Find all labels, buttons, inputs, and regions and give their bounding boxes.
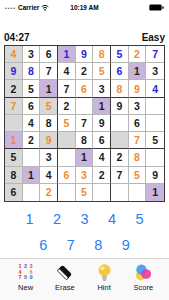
cell-r3c6[interactable]: 3 xyxy=(93,80,111,97)
numpad-7[interactable]: 7 xyxy=(57,233,85,259)
numpad-5[interactable]: 5 xyxy=(126,207,154,233)
cell-r6c8[interactable]: 7 xyxy=(129,132,147,149)
cell-r4c1[interactable]: 7 xyxy=(5,98,23,115)
cell-r2c4[interactable]: 4 xyxy=(58,63,76,80)
eraser-icon xyxy=(55,263,74,282)
numpad-9[interactable]: 9 xyxy=(112,233,140,259)
cell-r2c1[interactable]: 9 xyxy=(5,63,23,80)
cell-r7c8[interactable]: 8 xyxy=(129,149,147,166)
cell-r5c7[interactable] xyxy=(111,115,129,132)
cell-r5c6[interactable]: 9 xyxy=(93,115,111,132)
hint-button[interactable]: Hint xyxy=(87,262,121,292)
cell-r7c2[interactable] xyxy=(23,149,41,166)
cell-r2c5[interactable]: 2 xyxy=(76,63,94,80)
new-button[interactable]: 12346789 New xyxy=(9,262,43,292)
cell-r7c5[interactable]: 1 xyxy=(76,149,94,166)
cell-r7c3[interactable]: 3 xyxy=(40,149,58,166)
cell-r6c5[interactable]: 8 xyxy=(76,132,94,149)
cell-r2c8[interactable]: 1 xyxy=(129,63,147,80)
cell-r4c9[interactable] xyxy=(146,98,164,115)
numpad-row-2: 6789 xyxy=(0,233,169,259)
cell-r8c7[interactable]: 7 xyxy=(111,167,129,184)
bottom-toolbar: 12346789 New Erase Hint xyxy=(0,258,169,300)
timer-label: 04:27 xyxy=(4,32,30,43)
cell-r3c2[interactable]: 5 xyxy=(23,80,41,97)
cell-r2c2[interactable]: 8 xyxy=(23,63,41,80)
cell-r9c3[interactable]: 2 xyxy=(40,184,58,201)
new-icon-digit: 9 xyxy=(28,275,34,281)
cell-r9c4[interactable] xyxy=(58,184,76,201)
new-button-label: New xyxy=(18,283,33,292)
cell-r5c8[interactable]: 6 xyxy=(129,115,147,132)
cell-r8c2[interactable]: 1 xyxy=(23,167,41,184)
cell-r5c4[interactable]: 5 xyxy=(58,115,76,132)
cell-r7c7[interactable]: 2 xyxy=(111,149,129,166)
cell-r5c3[interactable]: 8 xyxy=(40,115,58,132)
erase-button[interactable]: Erase xyxy=(48,262,82,292)
cell-r5c5[interactable]: 7 xyxy=(76,115,94,132)
cell-r3c5[interactable]: 6 xyxy=(76,80,94,97)
cell-r4c2[interactable]: 6 xyxy=(23,98,41,115)
numpad-6[interactable]: 6 xyxy=(30,233,58,259)
cell-r9c5[interactable]: 5 xyxy=(76,184,94,201)
cell-r4c3[interactable]: 5 xyxy=(40,98,58,115)
cell-r2c7[interactable]: 6 xyxy=(111,63,129,80)
cell-r6c1[interactable]: 1 xyxy=(5,132,23,149)
erase-button-label: Erase xyxy=(55,283,75,292)
cell-r6c4[interactable] xyxy=(58,132,76,149)
cell-r5c1[interactable] xyxy=(5,115,23,132)
cell-r2c6[interactable]: 5 xyxy=(93,63,111,80)
status-bar: •••• Carrier 10:19 AM xyxy=(0,0,169,14)
cell-r1c2[interactable]: 3 xyxy=(23,46,41,63)
cell-r7c6[interactable]: 4 xyxy=(93,149,111,166)
lightbulb-icon xyxy=(96,263,113,282)
cell-r5c2[interactable]: 4 xyxy=(23,115,41,132)
cell-r7c1[interactable]: 5 xyxy=(5,149,23,166)
cell-r1c6[interactable]: 8 xyxy=(93,46,111,63)
cell-r4c6[interactable]: 1 xyxy=(93,98,111,115)
hint-button-label: Hint xyxy=(97,283,110,292)
cell-r4c8[interactable]: 3 xyxy=(129,98,147,115)
numpad-3[interactable]: 3 xyxy=(71,207,99,233)
cell-r9c1[interactable]: 6 xyxy=(5,184,23,201)
cell-r4c4[interactable]: 2 xyxy=(58,98,76,115)
cell-r8c5[interactable]: 3 xyxy=(76,167,94,184)
cell-r6c9[interactable]: 5 xyxy=(146,132,164,149)
cell-r9c8[interactable] xyxy=(129,184,147,201)
cell-r1c7[interactable]: 5 xyxy=(111,46,129,63)
cell-r1c9[interactable]: 7 xyxy=(146,46,164,63)
numpad-4[interactable]: 4 xyxy=(98,207,126,233)
cell-r1c8[interactable]: 2 xyxy=(129,46,147,63)
cell-r2c9[interactable]: 3 xyxy=(146,63,164,80)
cell-r3c4[interactable]: 7 xyxy=(58,80,76,97)
cell-r1c5[interactable]: 9 xyxy=(76,46,94,63)
cell-r8c1[interactable]: 8 xyxy=(5,167,23,184)
number-pad: 12345 6789 xyxy=(0,207,169,258)
new-game-minigrid-icon: 12346789 xyxy=(17,264,34,281)
cell-r8c8[interactable]: 5 xyxy=(129,167,147,184)
score-button-label: Score xyxy=(134,283,154,292)
numpad-1[interactable]: 1 xyxy=(16,207,44,233)
numpad-8[interactable]: 8 xyxy=(85,233,113,259)
cell-r3c8[interactable]: 9 xyxy=(129,80,147,97)
difficulty-label: Easy xyxy=(142,32,165,43)
cell-r9c7[interactable] xyxy=(111,184,129,201)
cell-r9c6[interactable] xyxy=(93,184,111,201)
battery-icon xyxy=(149,4,164,11)
cell-r3c9[interactable]: 4 xyxy=(146,80,164,97)
cell-r6c2[interactable]: 2 xyxy=(23,132,41,149)
numpad-row-1: 12345 xyxy=(0,207,169,233)
cell-r3c1[interactable]: 2 xyxy=(5,80,23,97)
cell-r8c9[interactable]: 9 xyxy=(146,167,164,184)
cell-r6c6[interactable]: 6 xyxy=(93,132,111,149)
cell-r2c3[interactable]: 7 xyxy=(40,63,58,80)
cell-r1c4[interactable]: 1 xyxy=(58,46,76,63)
cell-r9c2[interactable] xyxy=(23,184,41,201)
numpad-2[interactable]: 2 xyxy=(43,207,71,233)
cell-r6c7[interactable] xyxy=(111,132,129,149)
score-button[interactable]: Score xyxy=(126,262,160,292)
cell-r3c3[interactable]: 1 xyxy=(40,80,58,97)
cell-r7c9[interactable] xyxy=(146,149,164,166)
cell-r1c1[interactable]: 4 xyxy=(5,46,23,63)
cell-r9c9[interactable]: 1 xyxy=(146,184,164,201)
game-header: 04:27 Easy xyxy=(0,30,169,43)
cell-r4c5[interactable] xyxy=(76,98,94,115)
cell-r6c3[interactable]: 9 xyxy=(40,132,58,149)
game-center-bubbles-icon xyxy=(133,263,153,282)
cell-r7c4[interactable] xyxy=(58,149,76,166)
cell-r1c3[interactable]: 6 xyxy=(40,46,58,63)
cell-r4c7[interactable]: 9 xyxy=(111,98,129,115)
sudoku-board: 4361985279874256132517638947652193485796… xyxy=(4,45,165,202)
clock-label: 10:19 AM xyxy=(0,4,169,11)
cell-r3c7[interactable]: 8 xyxy=(111,80,129,97)
cell-r8c6[interactable]: 2 xyxy=(93,167,111,184)
cell-r5c9[interactable] xyxy=(146,115,164,132)
cell-r8c4[interactable]: 6 xyxy=(58,167,76,184)
cell-r8c3[interactable]: 4 xyxy=(40,167,58,184)
